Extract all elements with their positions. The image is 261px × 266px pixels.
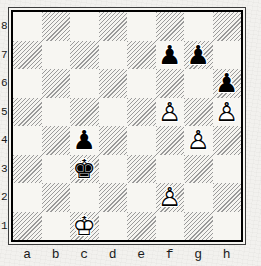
square-c3: ♚ xyxy=(70,155,99,184)
square-c4: ♟ xyxy=(70,126,99,155)
square-a5 xyxy=(13,98,42,127)
square-c7 xyxy=(70,41,99,70)
square-e7 xyxy=(127,41,156,70)
square-f6 xyxy=(156,69,185,98)
square-d4 xyxy=(99,126,128,155)
square-d8 xyxy=(99,12,128,41)
file-label-e: e xyxy=(127,248,156,262)
white-pawn-f5: ♟♙ xyxy=(156,98,185,127)
square-c5 xyxy=(70,98,99,127)
board-outer-frame: ♟♟♟♟♙♟♙♟♟♙♚♟♙♚♔ xyxy=(8,7,246,245)
square-e4 xyxy=(127,126,156,155)
piece-glyph: ♚ xyxy=(70,155,99,184)
piece-glyph: ♙ xyxy=(156,98,185,127)
square-b5 xyxy=(42,98,71,127)
square-b1 xyxy=(42,212,71,241)
square-e3 xyxy=(127,155,156,184)
file-labels: abcdefgh xyxy=(13,248,241,262)
piece-glyph: ♙ xyxy=(156,183,185,212)
square-b8 xyxy=(42,12,71,41)
square-h3 xyxy=(213,155,242,184)
square-a1 xyxy=(13,212,42,241)
file-label-b: b xyxy=(42,248,71,262)
square-d2 xyxy=(99,183,128,212)
board-inner-frame: ♟♟♟♟♙♟♙♟♟♙♚♟♙♚♔ xyxy=(11,10,243,242)
square-f1 xyxy=(156,212,185,241)
file-label-a: a xyxy=(13,248,42,262)
square-c2 xyxy=(70,183,99,212)
square-b3 xyxy=(42,155,71,184)
square-a7 xyxy=(13,41,42,70)
white-king-c1: ♚♔ xyxy=(70,212,99,241)
square-c1: ♚♔ xyxy=(70,212,99,241)
chess-diagram: 87654321 ♟♟♟♟♙♟♙♟♟♙♚♟♙♚♔ abcdefgh xyxy=(0,0,261,266)
white-pawn-g4: ♟♙ xyxy=(184,126,213,155)
piece-glyph: ♟ xyxy=(156,41,185,70)
square-g2 xyxy=(184,183,213,212)
square-a2 xyxy=(13,183,42,212)
square-g5 xyxy=(184,98,213,127)
square-h8 xyxy=(213,12,242,41)
square-d7 xyxy=(99,41,128,70)
square-g7: ♟ xyxy=(184,41,213,70)
file-label-h: h xyxy=(213,248,242,262)
black-pawn-h6: ♟ xyxy=(213,69,242,98)
file-label-g: g xyxy=(184,248,213,262)
square-e5 xyxy=(127,98,156,127)
square-f4 xyxy=(156,126,185,155)
square-h1 xyxy=(213,212,242,241)
piece-glyph: ♔ xyxy=(70,212,99,241)
piece-glyph: ♟ xyxy=(213,69,242,98)
square-b7 xyxy=(42,41,71,70)
piece-glyph: ♙ xyxy=(213,98,242,127)
square-b4 xyxy=(42,126,71,155)
square-e1 xyxy=(127,212,156,241)
square-f3 xyxy=(156,155,185,184)
square-h5: ♟♙ xyxy=(213,98,242,127)
square-h7 xyxy=(213,41,242,70)
square-h4 xyxy=(213,126,242,155)
square-g3 xyxy=(184,155,213,184)
square-a4 xyxy=(13,126,42,155)
square-f8 xyxy=(156,12,185,41)
square-e2 xyxy=(127,183,156,212)
square-b6 xyxy=(42,69,71,98)
square-a8 xyxy=(13,12,42,41)
black-pawn-f7: ♟ xyxy=(156,41,185,70)
square-f7: ♟ xyxy=(156,41,185,70)
file-label-f: f xyxy=(156,248,185,262)
piece-glyph: ♟ xyxy=(184,41,213,70)
square-h6: ♟ xyxy=(213,69,242,98)
square-c8 xyxy=(70,12,99,41)
square-d5 xyxy=(99,98,128,127)
square-d1 xyxy=(99,212,128,241)
piece-glyph: ♙ xyxy=(184,126,213,155)
square-g4: ♟♙ xyxy=(184,126,213,155)
square-g6 xyxy=(184,69,213,98)
black-king-c3: ♚ xyxy=(70,155,99,184)
square-d6 xyxy=(99,69,128,98)
white-pawn-h5: ♟♙ xyxy=(213,98,242,127)
square-e6 xyxy=(127,69,156,98)
file-label-c: c xyxy=(70,248,99,262)
black-pawn-c4: ♟ xyxy=(70,126,99,155)
piece-glyph: ♟ xyxy=(70,126,99,155)
black-pawn-g7: ♟ xyxy=(184,41,213,70)
square-d3 xyxy=(99,155,128,184)
chess-board: ♟♟♟♟♙♟♙♟♟♙♚♟♙♚♔ xyxy=(13,12,241,240)
square-h2 xyxy=(213,183,242,212)
square-f2: ♟♙ xyxy=(156,183,185,212)
white-pawn-f2: ♟♙ xyxy=(156,183,185,212)
square-a6 xyxy=(13,69,42,98)
square-e8 xyxy=(127,12,156,41)
square-b2 xyxy=(42,183,71,212)
square-f5: ♟♙ xyxy=(156,98,185,127)
square-g1 xyxy=(184,212,213,241)
square-c6 xyxy=(70,69,99,98)
square-g8 xyxy=(184,12,213,41)
file-label-d: d xyxy=(99,248,128,262)
square-a3 xyxy=(13,155,42,184)
